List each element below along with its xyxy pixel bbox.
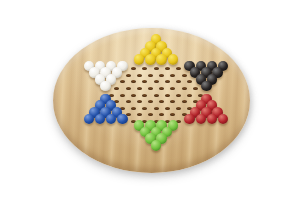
marble-red[interactable] — [196, 114, 207, 125]
photo-canvas — [0, 0, 300, 200]
board-hole[interactable] — [131, 107, 136, 110]
board-hole[interactable] — [182, 87, 187, 90]
board-hole[interactable] — [159, 74, 164, 77]
board-hole[interactable] — [182, 74, 187, 77]
marble-yellow[interactable] — [134, 54, 145, 65]
board-hole[interactable] — [193, 87, 198, 90]
board-hole[interactable] — [154, 94, 159, 97]
board-hole[interactable] — [137, 87, 142, 90]
board-hole[interactable] — [182, 100, 187, 103]
board-hole[interactable] — [165, 94, 170, 97]
marble-yellow[interactable] — [168, 54, 179, 65]
board-hole[interactable] — [154, 107, 159, 110]
board-hole[interactable] — [176, 107, 181, 110]
board-hole[interactable] — [176, 94, 181, 97]
marble-blue[interactable] — [117, 114, 128, 125]
board-hole[interactable] — [142, 94, 147, 97]
marble-yellow[interactable] — [156, 54, 167, 65]
board-hole[interactable] — [126, 74, 131, 77]
marble-yellow[interactable] — [145, 54, 156, 65]
marble-white[interactable] — [100, 81, 111, 92]
board-hole[interactable] — [148, 74, 153, 77]
marble-red[interactable] — [184, 114, 195, 125]
marble-green[interactable] — [151, 140, 162, 151]
marble-blue[interactable] — [84, 114, 95, 125]
board-hole[interactable] — [159, 87, 164, 90]
board-hole[interactable] — [126, 100, 131, 103]
board-hole[interactable] — [137, 74, 142, 77]
board-hole[interactable] — [170, 74, 175, 77]
board-hole[interactable] — [165, 67, 170, 70]
board-hole[interactable] — [142, 107, 147, 110]
board-hole[interactable] — [165, 107, 170, 110]
board-hole[interactable] — [154, 67, 159, 70]
board-hole[interactable] — [148, 87, 153, 90]
board-hole[interactable] — [126, 87, 131, 90]
marble-black[interactable] — [201, 81, 212, 92]
board-hole[interactable] — [187, 94, 192, 97]
board-hole[interactable] — [120, 94, 125, 97]
board-hole[interactable] — [131, 94, 136, 97]
board-hole[interactable] — [137, 100, 142, 103]
